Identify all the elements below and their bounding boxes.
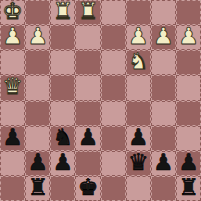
square-b5[interactable] [25, 75, 50, 100]
square-e3[interactable] [101, 126, 126, 151]
square-h6[interactable] [176, 50, 201, 75]
square-d1[interactable]: ♚ [75, 176, 100, 201]
black-rook[interactable]: ♜ [178, 176, 199, 199]
black-pawn[interactable]: ♟ [27, 151, 48, 174]
black-knight[interactable]: ♞ [53, 126, 74, 149]
square-e7[interactable] [101, 25, 126, 50]
black-queen[interactable]: ♛ [128, 151, 149, 174]
square-d3[interactable]: ♟ [75, 126, 100, 151]
square-e8[interactable] [101, 0, 126, 25]
white-knight[interactable]: ♞ [128, 50, 149, 73]
square-f1[interactable] [126, 176, 151, 201]
square-c7[interactable] [50, 25, 75, 50]
black-pawn[interactable]: ♟ [53, 151, 74, 174]
square-a5[interactable]: ♛ [0, 75, 25, 100]
black-pawn[interactable]: ♟ [2, 126, 23, 149]
square-e6[interactable] [101, 50, 126, 75]
square-h3[interactable] [176, 126, 201, 151]
white-rook[interactable]: ♜ [78, 0, 99, 23]
square-b6[interactable] [25, 50, 50, 75]
square-f2[interactable]: ♛ [126, 151, 151, 176]
square-g6[interactable] [151, 50, 176, 75]
white-pawn[interactable]: ♟ [27, 25, 48, 48]
square-g2[interactable]: ♟ [151, 151, 176, 176]
square-f4[interactable] [126, 101, 151, 126]
square-f8[interactable] [126, 0, 151, 25]
square-b1[interactable]: ♜ [25, 176, 50, 201]
white-king[interactable]: ♚ [2, 0, 23, 23]
square-b7[interactable]: ♟ [25, 25, 50, 50]
square-d2[interactable] [75, 151, 100, 176]
square-c8[interactable]: ♜ [50, 0, 75, 25]
square-d6[interactable] [75, 50, 100, 75]
square-g7[interactable]: ♟ [151, 25, 176, 50]
square-a7[interactable]: ♟ [0, 25, 25, 50]
square-c3[interactable]: ♞ [50, 126, 75, 151]
square-c6[interactable] [50, 50, 75, 75]
black-rook[interactable]: ♜ [27, 176, 48, 199]
square-c5[interactable] [50, 75, 75, 100]
black-king[interactable]: ♚ [78, 176, 99, 199]
square-h5[interactable] [176, 75, 201, 100]
square-e4[interactable] [101, 101, 126, 126]
square-a3[interactable]: ♟ [0, 126, 25, 151]
square-a2[interactable] [0, 151, 25, 176]
white-pawn[interactable]: ♟ [153, 25, 174, 48]
square-e5[interactable] [101, 75, 126, 100]
black-pawn[interactable]: ♟ [178, 151, 199, 174]
square-g4[interactable] [151, 101, 176, 126]
square-f3[interactable]: ♟ [126, 126, 151, 151]
square-c2[interactable]: ♟ [50, 151, 75, 176]
square-h7[interactable]: ♟ [176, 25, 201, 50]
square-b3[interactable] [25, 126, 50, 151]
square-f5[interactable] [126, 75, 151, 100]
square-e2[interactable] [101, 151, 126, 176]
square-c4[interactable] [50, 101, 75, 126]
square-f7[interactable]: ♟ [126, 25, 151, 50]
square-b2[interactable]: ♟ [25, 151, 50, 176]
black-pawn[interactable]: ♟ [153, 151, 174, 174]
square-b8[interactable] [25, 0, 50, 25]
square-a6[interactable] [0, 50, 25, 75]
square-g3[interactable] [151, 126, 176, 151]
square-a8[interactable]: ♚ [0, 0, 25, 25]
square-d7[interactable] [75, 25, 100, 50]
square-b4[interactable] [25, 101, 50, 126]
square-c1[interactable] [50, 176, 75, 201]
white-pawn[interactable]: ♟ [178, 25, 199, 48]
white-pawn[interactable]: ♟ [128, 25, 149, 48]
white-pawn[interactable]: ♟ [2, 25, 23, 48]
chess-board: ♚♜♜♟♟♟♟♟♞♛♟♞♟♟♟♟♛♟♟♜♚♜ [0, 0, 201, 201]
square-d4[interactable] [75, 101, 100, 126]
square-h2[interactable]: ♟ [176, 151, 201, 176]
square-f6[interactable]: ♞ [126, 50, 151, 75]
square-a1[interactable] [0, 176, 25, 201]
square-h8[interactable] [176, 0, 201, 25]
square-a4[interactable] [0, 101, 25, 126]
square-e1[interactable] [101, 176, 126, 201]
square-g8[interactable] [151, 0, 176, 25]
square-h1[interactable]: ♜ [176, 176, 201, 201]
square-g5[interactable] [151, 75, 176, 100]
square-d5[interactable] [75, 75, 100, 100]
black-pawn[interactable]: ♟ [78, 126, 99, 149]
white-rook[interactable]: ♜ [53, 0, 74, 23]
white-queen[interactable]: ♛ [2, 75, 23, 98]
square-h4[interactable] [176, 101, 201, 126]
square-g1[interactable] [151, 176, 176, 201]
black-pawn[interactable]: ♟ [128, 126, 149, 149]
square-d8[interactable]: ♜ [75, 0, 100, 25]
